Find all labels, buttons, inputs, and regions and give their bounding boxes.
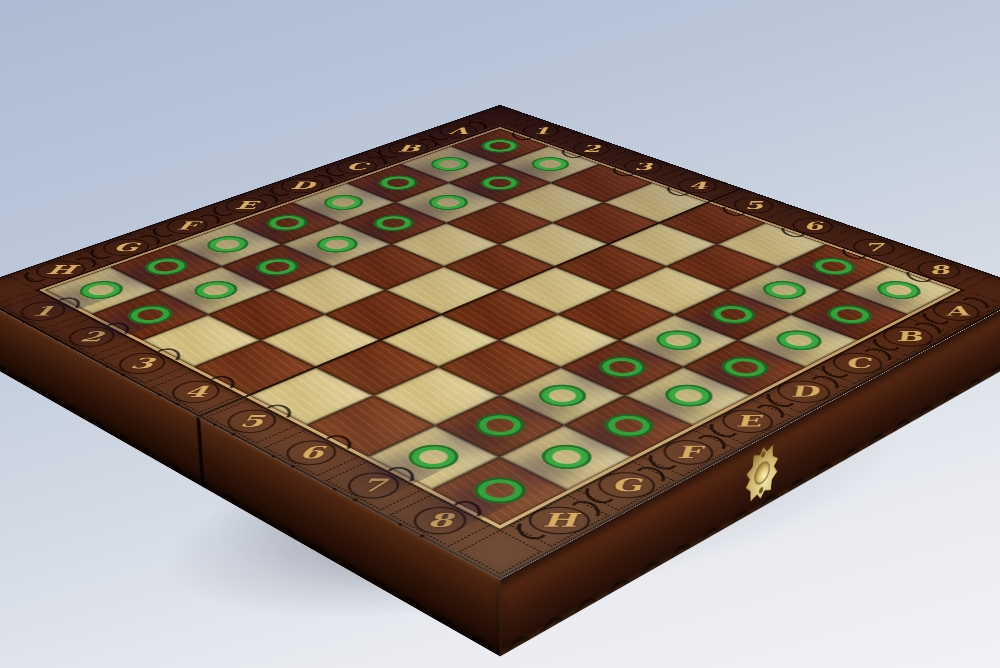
file-label-e-far-label: E xyxy=(234,200,258,211)
file-label-b-far-label: B xyxy=(397,144,420,153)
rank-label-8-far-label: 8 xyxy=(926,264,952,276)
rank-label-4-near-label: 4 xyxy=(182,384,209,399)
file-label-f-near-label: F xyxy=(675,444,702,461)
photo-scene: AABBCCDDEEFFGGHH8877665544332211 ♜♞♝♛♚♝♞… xyxy=(0,0,1000,668)
brass-clasp-icon[interactable] xyxy=(745,439,780,508)
rank-label-8-near-label: 8 xyxy=(427,511,453,530)
rook-icon: ♜ xyxy=(440,368,560,502)
rank-label-2-far-label: 2 xyxy=(582,144,601,153)
file-label-c-far-label: C xyxy=(345,162,368,172)
rank-label-1-far-label: 1 xyxy=(532,126,550,135)
clasp-knob xyxy=(755,461,769,486)
file-label-d-far-label: D xyxy=(290,180,316,190)
pawn-icon: ♟ xyxy=(103,218,198,324)
rank-label-1-near-label: 1 xyxy=(30,304,57,317)
file-label-g-near-label: G xyxy=(610,476,642,494)
rank-label-7-near-label: 7 xyxy=(361,476,388,494)
file-label-d-near-label: D xyxy=(788,384,821,399)
square-g3[interactable] xyxy=(209,290,326,340)
file-label-c-near-label: C xyxy=(842,356,872,370)
file-label-h-far-label: H xyxy=(45,264,78,276)
file-label-h-near-label: H xyxy=(542,511,578,530)
file-label-a-near-label: A xyxy=(942,304,971,317)
file-label-b-near-label: B xyxy=(892,330,924,344)
rank-label-5-near-label: 5 xyxy=(239,413,266,429)
square-h3[interactable] xyxy=(142,314,261,367)
rank-label-3-far-label: 3 xyxy=(633,162,653,172)
square-g4[interactable] xyxy=(261,314,380,367)
square-h4[interactable] xyxy=(194,340,316,395)
file-label-e-near-label: E xyxy=(733,413,762,429)
square-f4[interactable] xyxy=(325,290,442,340)
rank-label-3-near-label: 3 xyxy=(129,356,156,370)
rank-label-2-near-label: 2 xyxy=(78,330,105,344)
rank-label-4-far-label: 4 xyxy=(687,180,708,190)
square-h5[interactable] xyxy=(249,367,375,425)
file-label-a-far-label: A xyxy=(448,126,468,135)
rank-label-6-near-label: 6 xyxy=(298,444,325,461)
